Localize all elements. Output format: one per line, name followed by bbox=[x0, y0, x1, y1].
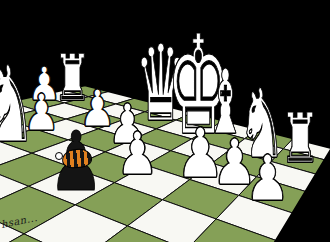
chessboard bbox=[0, 0, 330, 242]
cartoon-canvas: ♞♟♜♟♟♟♛♚♝♟♟♟♞♜♟♟ hsan... bbox=[0, 0, 330, 242]
black-pawn-badge-dot bbox=[55, 152, 63, 160]
